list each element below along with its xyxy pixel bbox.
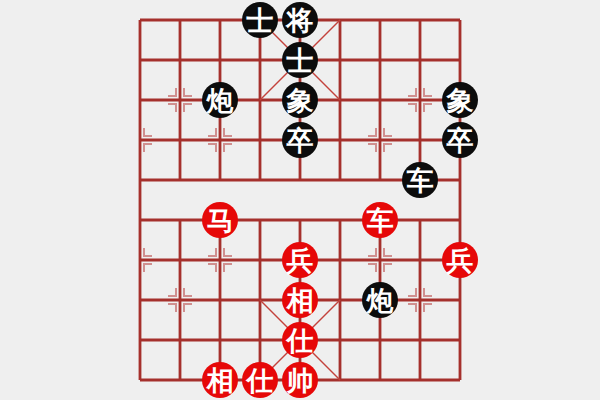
- piece-red-advisor-1[interactable]: 仕: [282, 322, 318, 358]
- piece-black-cannon-1[interactable]: 炮: [202, 82, 238, 118]
- piece-black-elephant-1[interactable]: 象: [282, 82, 318, 118]
- piece-red-soldier-2[interactable]: 兵: [442, 242, 478, 278]
- piece-black-chariot[interactable]: 车: [402, 162, 438, 198]
- piece-black-soldier-2[interactable]: 卒: [442, 122, 478, 158]
- piece-black-cannon-2[interactable]: 炮: [362, 282, 398, 318]
- pieces-layer: 士将士炮象象卒卒车炮马车兵兵相仕相仕帅: [120, 0, 480, 400]
- piece-red-horse[interactable]: 马: [202, 202, 238, 238]
- piece-black-general[interactable]: 将: [282, 2, 318, 38]
- piece-red-advisor-2[interactable]: 仕: [242, 362, 278, 398]
- piece-red-soldier-1[interactable]: 兵: [282, 242, 318, 278]
- piece-black-soldier-1[interactable]: 卒: [282, 122, 318, 158]
- piece-black-advisor-2[interactable]: 士: [282, 42, 318, 78]
- piece-red-elephant-1[interactable]: 相: [282, 282, 318, 318]
- piece-red-general[interactable]: 帅: [282, 362, 318, 398]
- piece-black-elephant-2[interactable]: 象: [442, 82, 478, 118]
- xiangqi-board: 士将士炮象象卒卒车炮马车兵兵相仕相仕帅: [0, 0, 600, 400]
- piece-black-advisor-1[interactable]: 士: [242, 2, 278, 38]
- piece-red-chariot[interactable]: 车: [362, 202, 398, 238]
- piece-red-elephant-2[interactable]: 相: [202, 362, 238, 398]
